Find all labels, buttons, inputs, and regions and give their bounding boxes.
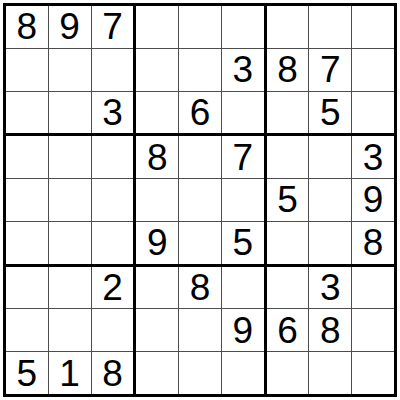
cell-r2c6: 3 [222, 49, 264, 91]
cell-r5c7: 5 [267, 179, 309, 221]
cell-r3c7[interactable] [267, 92, 309, 134]
cell-r6c6: 5 [222, 222, 264, 264]
cell-r3c2[interactable] [49, 92, 91, 134]
cell-r9c9[interactable] [352, 352, 394, 394]
cell-r3c3: 3 [92, 92, 134, 134]
cell-r4c8[interactable] [309, 136, 351, 178]
cell-r8c9[interactable] [352, 309, 394, 351]
sudoku-board: 89733687587953598251889368 [3, 3, 397, 397]
cell-r9c2: 1 [49, 352, 91, 394]
cell-r6c8[interactable] [309, 222, 351, 264]
cell-r5c2[interactable] [49, 179, 91, 221]
cell-r7c5: 8 [179, 267, 221, 309]
cell-r2c7: 8 [267, 49, 309, 91]
page: 89733687587953598251889368 [0, 0, 400, 400]
box-8: 89 [136, 267, 263, 394]
cell-r7c6[interactable] [222, 267, 264, 309]
cell-r1c4[interactable] [136, 6, 178, 48]
cell-r8c3[interactable] [92, 309, 134, 351]
cell-r4c2[interactable] [49, 136, 91, 178]
cell-r7c2[interactable] [49, 267, 91, 309]
cell-r6c7[interactable] [267, 222, 309, 264]
cell-r6c2[interactable] [49, 222, 91, 264]
cell-r6c1[interactable] [6, 222, 48, 264]
cell-r6c4: 9 [136, 222, 178, 264]
box-4 [6, 136, 133, 263]
cell-r2c9[interactable] [352, 49, 394, 91]
cell-r6c3[interactable] [92, 222, 134, 264]
cell-r4c4: 8 [136, 136, 178, 178]
cell-r8c2[interactable] [49, 309, 91, 351]
cell-r2c5[interactable] [179, 49, 221, 91]
cell-r3c6[interactable] [222, 92, 264, 134]
cell-r9c5[interactable] [179, 352, 221, 394]
cell-r9c3: 8 [92, 352, 134, 394]
cell-r4c9: 3 [352, 136, 394, 178]
cell-r9c8[interactable] [309, 352, 351, 394]
cell-r2c3[interactable] [92, 49, 134, 91]
cell-r1c5[interactable] [179, 6, 221, 48]
cell-r8c8: 8 [309, 309, 351, 351]
cell-r3c9[interactable] [352, 92, 394, 134]
cell-r2c1[interactable] [6, 49, 48, 91]
cell-r7c1[interactable] [6, 267, 48, 309]
box-3: 875 [267, 6, 394, 133]
cell-r8c7: 6 [267, 309, 309, 351]
cell-r8c4[interactable] [136, 309, 178, 351]
box-5: 8795 [136, 136, 263, 263]
cell-r9c7[interactable] [267, 352, 309, 394]
cell-r7c8: 3 [309, 267, 351, 309]
cell-r4c1[interactable] [6, 136, 48, 178]
cell-r1c2: 9 [49, 6, 91, 48]
cell-r7c3: 2 [92, 267, 134, 309]
cell-r1c8[interactable] [309, 6, 351, 48]
cell-r2c4[interactable] [136, 49, 178, 91]
cell-r2c8: 7 [309, 49, 351, 91]
cell-r3c5: 6 [179, 92, 221, 134]
cell-r7c7[interactable] [267, 267, 309, 309]
cell-r8c6: 9 [222, 309, 264, 351]
box-1: 8973 [6, 6, 133, 133]
cell-r3c1[interactable] [6, 92, 48, 134]
cell-r5c5[interactable] [179, 179, 221, 221]
cell-r6c9: 8 [352, 222, 394, 264]
cell-r8c1[interactable] [6, 309, 48, 351]
box-2: 36 [136, 6, 263, 133]
cell-r4c3[interactable] [92, 136, 134, 178]
cell-r7c9[interactable] [352, 267, 394, 309]
cell-r5c4[interactable] [136, 179, 178, 221]
cell-r2c2[interactable] [49, 49, 91, 91]
cell-r1c6[interactable] [222, 6, 264, 48]
cell-r6c5[interactable] [179, 222, 221, 264]
cell-r5c3[interactable] [92, 179, 134, 221]
cell-r5c1[interactable] [6, 179, 48, 221]
cell-r9c4[interactable] [136, 352, 178, 394]
cell-r3c4[interactable] [136, 92, 178, 134]
cell-r1c3: 7 [92, 6, 134, 48]
cell-r5c6[interactable] [222, 179, 264, 221]
cell-r9c6[interactable] [222, 352, 264, 394]
cell-r1c1: 8 [6, 6, 48, 48]
cell-r5c8[interactable] [309, 179, 351, 221]
cell-r4c5[interactable] [179, 136, 221, 178]
cell-r4c7[interactable] [267, 136, 309, 178]
cell-r3c8: 5 [309, 92, 351, 134]
cell-r4c6: 7 [222, 136, 264, 178]
cell-r9c1: 5 [6, 352, 48, 394]
box-7: 2518 [6, 267, 133, 394]
cell-r5c9: 9 [352, 179, 394, 221]
box-6: 3598 [267, 136, 394, 263]
box-9: 368 [267, 267, 394, 394]
cell-r7c4[interactable] [136, 267, 178, 309]
cell-r1c9[interactable] [352, 6, 394, 48]
cell-r8c5[interactable] [179, 309, 221, 351]
cell-r1c7[interactable] [267, 6, 309, 48]
